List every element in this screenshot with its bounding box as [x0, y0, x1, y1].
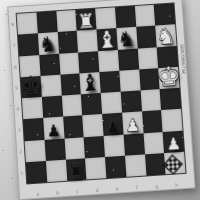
square-f6[interactable]	[118, 48, 139, 70]
square-h3[interactable]	[161, 109, 182, 132]
table-surface-noise	[0, 0, 1, 1]
rank-label: 4	[13, 98, 22, 120]
piece-black-bishop-d5[interactable]: ♝	[79, 72, 101, 94]
file-label: f	[127, 183, 147, 191]
piece-black-knight-f7[interactable]: ♞	[117, 29, 137, 49]
square-g8[interactable]	[134, 5, 155, 27]
square-f2[interactable]	[123, 133, 144, 156]
square-a2[interactable]	[25, 139, 46, 162]
square-a5[interactable]: ♚	[21, 76, 42, 98]
board-grid: ♜♞♝♞♞♚♝♚♟♟♟♟♜	[17, 3, 186, 183]
square-b7[interactable]: ♞	[38, 32, 59, 54]
square-d2[interactable]	[84, 135, 105, 158]
file-label: e	[107, 184, 127, 192]
file-label: h	[166, 180, 186, 188]
square-e7[interactable]: ♝	[97, 28, 118, 50]
square-d1[interactable]	[85, 157, 106, 180]
square-c3[interactable]	[63, 116, 84, 139]
square-c6[interactable]	[59, 52, 80, 74]
square-a3[interactable]	[23, 118, 44, 141]
square-g4[interactable]	[140, 89, 161, 112]
piece-white-king-h5[interactable]: ♚	[156, 64, 181, 89]
square-g2[interactable]	[143, 132, 164, 155]
rank-label: 8	[8, 14, 17, 36]
square-c4[interactable]	[61, 94, 82, 117]
square-c7[interactable]	[57, 31, 78, 53]
piece-black-pawn-e3[interactable]: ♟	[105, 120, 120, 135]
rank-label: 2	[16, 141, 25, 163]
square-e2[interactable]	[104, 134, 125, 157]
square-f4[interactable]	[120, 90, 141, 113]
brand-text: ШАХМАТЫ	[179, 45, 186, 75]
square-c8[interactable]	[56, 10, 77, 32]
square-a7[interactable]	[18, 34, 39, 56]
square-b1[interactable]	[46, 159, 67, 182]
square-f8[interactable]	[115, 6, 136, 28]
square-c2[interactable]	[64, 137, 85, 160]
square-h5[interactable]: ♚	[158, 67, 179, 89]
piece-white-pawn-f3[interactable]: ♟	[125, 119, 140, 134]
piece-white-knight-h7[interactable]: ♞	[156, 27, 176, 47]
file-label: g	[146, 182, 166, 190]
rank-label: 3	[15, 119, 24, 141]
square-c5[interactable]	[60, 73, 81, 95]
rank-label: 7	[10, 35, 19, 57]
board-noise	[7, 6, 8, 7]
square-g7[interactable]	[136, 26, 157, 48]
piece-black-pawn-b3[interactable]: ♟	[46, 124, 61, 139]
square-f1[interactable]	[125, 154, 146, 177]
square-b4[interactable]	[42, 96, 63, 119]
piece-black-rook-c1[interactable]: ♜	[67, 161, 86, 180]
square-h2[interactable]: ♟	[163, 130, 184, 153]
file-label: a	[28, 190, 48, 198]
square-d8[interactable]: ♜	[76, 9, 97, 31]
square-d3[interactable]	[82, 114, 103, 137]
square-g6[interactable]	[137, 47, 158, 69]
square-b2[interactable]	[44, 138, 65, 161]
square-f3[interactable]: ♟	[122, 112, 143, 135]
square-a1[interactable]	[26, 161, 47, 184]
square-f7[interactable]: ♞	[116, 27, 137, 49]
square-a8[interactable]	[17, 13, 38, 35]
piece-white-bishop-e7[interactable]: ♝	[96, 29, 118, 51]
square-b3[interactable]: ♟	[43, 117, 64, 140]
square-g3[interactable]	[142, 110, 163, 133]
square-h7[interactable]: ♞	[155, 24, 176, 46]
square-e5[interactable]	[99, 71, 120, 93]
square-d5[interactable]: ♝	[80, 72, 101, 94]
square-h8[interactable]	[154, 3, 175, 25]
square-e3[interactable]: ♟	[102, 113, 123, 136]
file-label: c	[67, 187, 87, 195]
piece-black-knight-b7[interactable]: ♞	[38, 35, 58, 55]
square-b5[interactable]	[40, 74, 61, 96]
square-b8[interactable]	[36, 11, 57, 33]
file-labels: abcdefgh	[28, 180, 187, 198]
piece-black-king-a5[interactable]: ♚	[19, 74, 44, 99]
piece-white-rook-d8[interactable]: ♜	[77, 12, 96, 31]
square-e1[interactable]	[105, 155, 126, 178]
chess-board: 87654321 abcdefgh ШАХМАТЫ ♜♞♝♞♞♚♝♚♟♟♟♟♜	[7, 0, 195, 200]
square-e4[interactable]	[101, 92, 122, 115]
square-b6[interactable]	[39, 53, 60, 75]
square-f5[interactable]	[119, 69, 140, 91]
square-c1[interactable]: ♜	[65, 158, 86, 181]
rank-label: 1	[17, 162, 26, 184]
photo-scene: 87654321 abcdefgh ШАХМАТЫ ♜♞♝♞♞♚♝♚♟♟♟♟♜	[0, 0, 200, 200]
file-label: d	[87, 186, 107, 194]
piece-white-pawn-h2[interactable]: ♟	[166, 137, 181, 152]
file-label: b	[47, 188, 67, 196]
